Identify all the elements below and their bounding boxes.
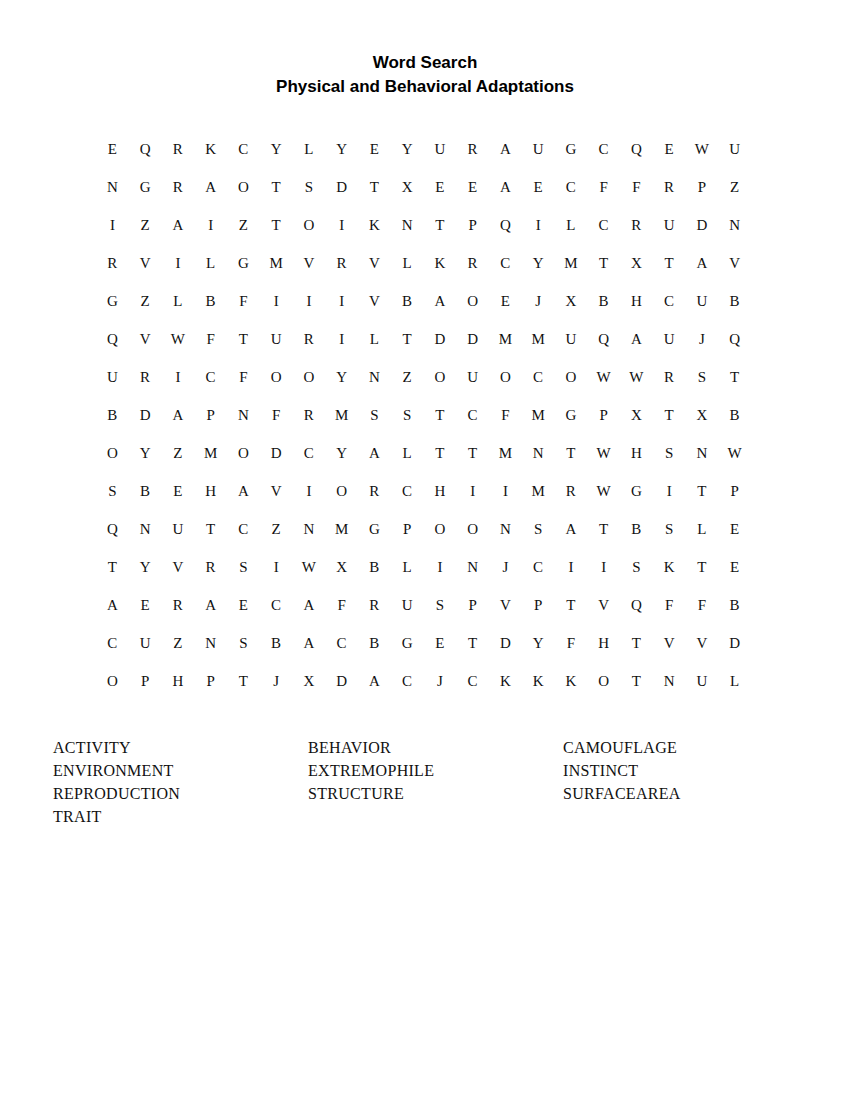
grid-cell[interactable]: C <box>325 624 358 662</box>
grid-cell[interactable]: V <box>587 586 620 624</box>
grid-cell[interactable]: Z <box>391 359 424 397</box>
grid-cell[interactable]: Q <box>129 131 162 169</box>
grid-cell[interactable]: A <box>162 397 195 435</box>
grid-cell[interactable]: V <box>129 321 162 359</box>
grid-cell[interactable]: A <box>686 245 719 283</box>
grid-cell[interactable]: G <box>129 169 162 207</box>
grid-cell[interactable]: B <box>358 548 391 586</box>
grid-cell[interactable]: K <box>194 131 227 169</box>
grid-cell[interactable]: D <box>325 662 358 700</box>
grid-cell[interactable]: D <box>686 207 719 245</box>
grid-cell[interactable]: S <box>227 548 260 586</box>
grid-cell[interactable]: P <box>587 397 620 435</box>
grid-cell[interactable]: T <box>456 624 489 662</box>
grid-cell[interactable]: H <box>424 472 457 510</box>
grid-cell[interactable]: Y <box>325 359 358 397</box>
grid-cell[interactable]: S <box>522 510 555 548</box>
grid-cell[interactable]: P <box>129 662 162 700</box>
grid-cell[interactable]: H <box>620 283 653 321</box>
grid-cell[interactable]: O <box>587 662 620 700</box>
grid-cell[interactable]: N <box>718 207 751 245</box>
grid-cell[interactable]: Q <box>489 207 522 245</box>
grid-cell[interactable]: U <box>391 586 424 624</box>
grid-cell[interactable]: Y <box>129 548 162 586</box>
grid-cell[interactable]: N <box>456 548 489 586</box>
grid-cell[interactable]: A <box>293 624 326 662</box>
grid-cell[interactable]: T <box>391 321 424 359</box>
grid-cell[interactable]: S <box>653 434 686 472</box>
grid-cell[interactable]: M <box>489 434 522 472</box>
grid-cell[interactable]: D <box>489 624 522 662</box>
grid-cell[interactable]: H <box>162 662 195 700</box>
grid-cell[interactable]: L <box>162 283 195 321</box>
grid-cell[interactable]: T <box>260 169 293 207</box>
grid-cell[interactable]: O <box>424 510 457 548</box>
grid-cell[interactable]: H <box>587 624 620 662</box>
grid-cell[interactable]: A <box>489 131 522 169</box>
grid-cell[interactable]: Y <box>260 131 293 169</box>
grid-cell[interactable]: C <box>391 472 424 510</box>
grid-cell[interactable]: L <box>391 245 424 283</box>
grid-cell[interactable]: T <box>424 434 457 472</box>
grid-cell[interactable]: R <box>456 245 489 283</box>
grid-cell[interactable]: Z <box>227 207 260 245</box>
grid-cell[interactable]: P <box>522 586 555 624</box>
grid-cell[interactable]: Q <box>96 510 129 548</box>
grid-cell[interactable]: Q <box>620 586 653 624</box>
grid-cell[interactable]: V <box>718 245 751 283</box>
grid-cell[interactable]: S <box>620 548 653 586</box>
grid-cell[interactable]: X <box>620 397 653 435</box>
grid-cell[interactable]: G <box>227 245 260 283</box>
grid-cell[interactable]: V <box>129 245 162 283</box>
grid-cell[interactable]: U <box>162 510 195 548</box>
grid-cell[interactable]: C <box>587 207 620 245</box>
grid-cell[interactable]: P <box>686 169 719 207</box>
grid-cell[interactable]: B <box>391 283 424 321</box>
grid-cell[interactable]: S <box>293 169 326 207</box>
grid-cell[interactable]: N <box>489 510 522 548</box>
grid-cell[interactable]: R <box>293 321 326 359</box>
grid-cell[interactable]: Z <box>129 283 162 321</box>
grid-cell[interactable]: G <box>555 397 588 435</box>
grid-cell[interactable]: I <box>325 321 358 359</box>
grid-cell[interactable]: Q <box>96 321 129 359</box>
grid-cell[interactable]: D <box>129 397 162 435</box>
grid-cell[interactable]: J <box>522 283 555 321</box>
grid-cell[interactable]: T <box>96 548 129 586</box>
grid-cell[interactable]: X <box>620 245 653 283</box>
grid-cell[interactable]: M <box>260 245 293 283</box>
grid-cell[interactable]: Q <box>718 321 751 359</box>
grid-cell[interactable]: T <box>587 245 620 283</box>
grid-cell[interactable]: H <box>620 434 653 472</box>
grid-cell[interactable]: V <box>260 472 293 510</box>
grid-cell[interactable]: V <box>653 624 686 662</box>
grid-cell[interactable]: T <box>718 359 751 397</box>
grid-cell[interactable]: R <box>96 245 129 283</box>
grid-cell[interactable]: C <box>227 131 260 169</box>
grid-cell[interactable]: U <box>456 359 489 397</box>
grid-cell[interactable]: B <box>620 510 653 548</box>
grid-cell[interactable]: D <box>260 434 293 472</box>
grid-cell[interactable]: E <box>718 548 751 586</box>
grid-cell[interactable]: G <box>391 624 424 662</box>
grid-cell[interactable]: B <box>718 397 751 435</box>
grid-cell[interactable]: C <box>653 283 686 321</box>
grid-cell[interactable]: W <box>587 434 620 472</box>
grid-cell[interactable]: D <box>456 321 489 359</box>
grid-cell[interactable]: P <box>194 662 227 700</box>
grid-cell[interactable]: V <box>358 283 391 321</box>
grid-cell[interactable]: Y <box>325 131 358 169</box>
grid-cell[interactable]: T <box>424 207 457 245</box>
grid-cell[interactable]: O <box>293 359 326 397</box>
grid-cell[interactable]: T <box>587 510 620 548</box>
grid-cell[interactable]: E <box>358 131 391 169</box>
grid-cell[interactable]: I <box>456 472 489 510</box>
grid-cell[interactable]: A <box>555 510 588 548</box>
grid-cell[interactable]: E <box>96 131 129 169</box>
grid-cell[interactable]: M <box>489 321 522 359</box>
grid-cell[interactable]: O <box>489 359 522 397</box>
grid-cell[interactable]: Z <box>129 207 162 245</box>
grid-cell[interactable]: O <box>555 359 588 397</box>
grid-cell[interactable]: G <box>96 283 129 321</box>
grid-cell[interactable]: F <box>686 586 719 624</box>
grid-cell[interactable]: L <box>194 245 227 283</box>
grid-cell[interactable]: I <box>555 548 588 586</box>
grid-cell[interactable]: R <box>162 169 195 207</box>
grid-cell[interactable]: A <box>194 169 227 207</box>
grid-cell[interactable]: I <box>587 548 620 586</box>
grid-cell[interactable]: I <box>293 472 326 510</box>
grid-cell[interactable]: U <box>686 283 719 321</box>
grid-cell[interactable]: E <box>424 624 457 662</box>
grid-cell[interactable]: K <box>522 662 555 700</box>
grid-cell[interactable]: C <box>391 662 424 700</box>
grid-cell[interactable]: C <box>555 169 588 207</box>
grid-cell[interactable]: L <box>718 662 751 700</box>
grid-cell[interactable]: B <box>129 472 162 510</box>
grid-cell[interactable]: I <box>653 472 686 510</box>
grid-cell[interactable]: W <box>620 359 653 397</box>
grid-cell[interactable]: I <box>325 207 358 245</box>
grid-cell[interactable]: M <box>325 397 358 435</box>
grid-cell[interactable]: R <box>162 586 195 624</box>
grid-cell[interactable]: D <box>718 624 751 662</box>
grid-cell[interactable]: A <box>620 321 653 359</box>
grid-cell[interactable]: D <box>325 169 358 207</box>
grid-cell[interactable]: T <box>555 586 588 624</box>
grid-cell[interactable]: I <box>260 283 293 321</box>
grid-cell[interactable]: F <box>489 397 522 435</box>
grid-cell[interactable]: R <box>555 472 588 510</box>
grid-cell[interactable]: I <box>522 207 555 245</box>
grid-cell[interactable]: L <box>358 321 391 359</box>
grid-cell[interactable]: M <box>555 245 588 283</box>
grid-cell[interactable]: A <box>162 207 195 245</box>
grid-cell[interactable]: N <box>522 434 555 472</box>
grid-cell[interactable]: U <box>424 131 457 169</box>
grid-cell[interactable]: C <box>489 245 522 283</box>
grid-cell[interactable]: C <box>293 434 326 472</box>
grid-cell[interactable]: O <box>96 662 129 700</box>
grid-cell[interactable]: U <box>686 662 719 700</box>
grid-cell[interactable]: U <box>653 321 686 359</box>
grid-cell[interactable]: F <box>194 321 227 359</box>
grid-cell[interactable]: S <box>686 359 719 397</box>
grid-cell[interactable]: T <box>358 169 391 207</box>
grid-cell[interactable]: T <box>686 548 719 586</box>
grid-cell[interactable]: Y <box>325 434 358 472</box>
grid-cell[interactable]: T <box>260 207 293 245</box>
grid-cell[interactable]: O <box>260 359 293 397</box>
grid-cell[interactable]: L <box>686 510 719 548</box>
grid-cell[interactable]: V <box>686 624 719 662</box>
grid-cell[interactable]: A <box>227 472 260 510</box>
grid-cell[interactable]: U <box>718 131 751 169</box>
grid-cell[interactable]: L <box>391 548 424 586</box>
grid-cell[interactable]: E <box>456 169 489 207</box>
grid-cell[interactable]: J <box>686 321 719 359</box>
grid-cell[interactable]: Y <box>522 245 555 283</box>
grid-cell[interactable]: K <box>555 662 588 700</box>
grid-cell[interactable]: I <box>489 472 522 510</box>
grid-cell[interactable]: C <box>456 662 489 700</box>
grid-cell[interactable]: I <box>162 245 195 283</box>
grid-cell[interactable]: N <box>96 169 129 207</box>
grid-cell[interactable]: J <box>489 548 522 586</box>
grid-cell[interactable]: I <box>96 207 129 245</box>
grid-cell[interactable]: R <box>653 359 686 397</box>
grid-cell[interactable]: U <box>653 207 686 245</box>
grid-cell[interactable]: F <box>620 169 653 207</box>
grid-cell[interactable]: I <box>293 283 326 321</box>
grid-cell[interactable]: E <box>718 510 751 548</box>
grid-cell[interactable]: N <box>194 624 227 662</box>
grid-cell[interactable]: B <box>194 283 227 321</box>
grid-cell[interactable]: T <box>227 321 260 359</box>
grid-cell[interactable]: O <box>96 434 129 472</box>
grid-cell[interactable]: U <box>96 359 129 397</box>
grid-cell[interactable]: W <box>587 472 620 510</box>
grid-cell[interactable]: G <box>358 510 391 548</box>
grid-cell[interactable]: A <box>358 434 391 472</box>
grid-cell[interactable]: W <box>162 321 195 359</box>
grid-cell[interactable]: T <box>194 510 227 548</box>
grid-cell[interactable]: M <box>522 397 555 435</box>
grid-cell[interactable]: C <box>587 131 620 169</box>
grid-cell[interactable]: G <box>555 131 588 169</box>
grid-cell[interactable]: B <box>96 397 129 435</box>
grid-cell[interactable]: M <box>325 510 358 548</box>
grid-cell[interactable]: O <box>293 207 326 245</box>
grid-cell[interactable]: Y <box>522 624 555 662</box>
grid-cell[interactable]: W <box>587 359 620 397</box>
grid-cell[interactable]: I <box>162 359 195 397</box>
grid-cell[interactable]: R <box>194 548 227 586</box>
grid-cell[interactable]: I <box>260 548 293 586</box>
grid-cell[interactable]: N <box>653 662 686 700</box>
grid-cell[interactable]: C <box>227 510 260 548</box>
grid-cell[interactable]: K <box>653 548 686 586</box>
grid-cell[interactable]: V <box>162 548 195 586</box>
grid-cell[interactable]: R <box>653 169 686 207</box>
grid-cell[interactable]: H <box>194 472 227 510</box>
grid-cell[interactable]: R <box>620 207 653 245</box>
grid-cell[interactable]: R <box>456 131 489 169</box>
grid-cell[interactable]: N <box>391 207 424 245</box>
grid-cell[interactable]: A <box>194 586 227 624</box>
grid-cell[interactable]: T <box>555 434 588 472</box>
grid-cell[interactable]: N <box>358 359 391 397</box>
grid-cell[interactable]: O <box>227 434 260 472</box>
grid-cell[interactable]: S <box>227 624 260 662</box>
grid-cell[interactable]: R <box>358 586 391 624</box>
grid-cell[interactable]: X <box>686 397 719 435</box>
grid-cell[interactable]: S <box>424 586 457 624</box>
grid-cell[interactable]: J <box>424 662 457 700</box>
grid-cell[interactable]: U <box>555 321 588 359</box>
grid-cell[interactable]: Y <box>129 434 162 472</box>
grid-cell[interactable]: D <box>424 321 457 359</box>
grid-cell[interactable]: E <box>522 169 555 207</box>
grid-cell[interactable]: E <box>162 472 195 510</box>
grid-cell[interactable]: Z <box>162 624 195 662</box>
grid-cell[interactable]: I <box>194 207 227 245</box>
grid-cell[interactable]: C <box>522 548 555 586</box>
grid-cell[interactable]: N <box>293 510 326 548</box>
grid-cell[interactable]: N <box>227 397 260 435</box>
grid-cell[interactable]: R <box>129 359 162 397</box>
grid-cell[interactable]: Y <box>391 131 424 169</box>
grid-cell[interactable]: K <box>358 207 391 245</box>
grid-cell[interactable]: F <box>555 624 588 662</box>
grid-cell[interactable]: A <box>489 169 522 207</box>
grid-cell[interactable]: F <box>653 586 686 624</box>
grid-cell[interactable]: R <box>358 472 391 510</box>
grid-cell[interactable]: R <box>293 397 326 435</box>
grid-cell[interactable]: C <box>194 359 227 397</box>
grid-cell[interactable]: T <box>653 245 686 283</box>
grid-cell[interactable]: U <box>522 131 555 169</box>
grid-cell[interactable]: R <box>162 131 195 169</box>
grid-cell[interactable]: U <box>260 321 293 359</box>
grid-cell[interactable]: S <box>653 510 686 548</box>
grid-cell[interactable]: X <box>325 548 358 586</box>
grid-cell[interactable]: X <box>391 169 424 207</box>
grid-cell[interactable]: O <box>424 359 457 397</box>
grid-cell[interactable]: M <box>522 321 555 359</box>
grid-cell[interactable]: S <box>358 397 391 435</box>
grid-cell[interactable]: O <box>456 510 489 548</box>
grid-cell[interactable]: W <box>718 434 751 472</box>
grid-cell[interactable]: R <box>325 245 358 283</box>
grid-cell[interactable]: M <box>194 434 227 472</box>
grid-cell[interactable]: T <box>686 472 719 510</box>
grid-cell[interactable]: Z <box>718 169 751 207</box>
grid-cell[interactable]: P <box>194 397 227 435</box>
grid-cell[interactable]: W <box>686 131 719 169</box>
grid-cell[interactable]: E <box>489 283 522 321</box>
grid-cell[interactable]: L <box>293 131 326 169</box>
grid-cell[interactable]: K <box>424 245 457 283</box>
grid-cell[interactable]: P <box>391 510 424 548</box>
grid-cell[interactable]: S <box>96 472 129 510</box>
grid-cell[interactable]: T <box>227 662 260 700</box>
grid-cell[interactable]: V <box>489 586 522 624</box>
grid-cell[interactable]: A <box>96 586 129 624</box>
grid-cell[interactable]: T <box>620 624 653 662</box>
grid-cell[interactable]: Z <box>162 434 195 472</box>
grid-cell[interactable]: F <box>587 169 620 207</box>
grid-cell[interactable]: F <box>260 397 293 435</box>
grid-cell[interactable]: O <box>456 283 489 321</box>
grid-cell[interactable]: J <box>260 662 293 700</box>
grid-cell[interactable]: T <box>620 662 653 700</box>
grid-cell[interactable]: I <box>325 283 358 321</box>
grid-cell[interactable]: C <box>522 359 555 397</box>
grid-cell[interactable]: F <box>227 283 260 321</box>
grid-cell[interactable]: K <box>489 662 522 700</box>
grid-cell[interactable]: N <box>686 434 719 472</box>
grid-cell[interactable]: X <box>293 662 326 700</box>
grid-cell[interactable]: P <box>456 586 489 624</box>
grid-cell[interactable]: B <box>718 586 751 624</box>
grid-cell[interactable]: L <box>555 207 588 245</box>
grid-cell[interactable]: C <box>96 624 129 662</box>
grid-cell[interactable]: T <box>456 434 489 472</box>
grid-cell[interactable]: W <box>293 548 326 586</box>
grid-cell[interactable]: A <box>424 283 457 321</box>
grid-cell[interactable]: A <box>358 662 391 700</box>
grid-cell[interactable]: C <box>456 397 489 435</box>
grid-cell[interactable]: M <box>522 472 555 510</box>
grid-cell[interactable]: E <box>227 586 260 624</box>
grid-cell[interactable]: N <box>129 510 162 548</box>
grid-cell[interactable]: P <box>718 472 751 510</box>
grid-cell[interactable]: U <box>129 624 162 662</box>
grid-cell[interactable]: O <box>227 169 260 207</box>
grid-cell[interactable]: X <box>555 283 588 321</box>
grid-cell[interactable]: Q <box>620 131 653 169</box>
grid-cell[interactable]: B <box>358 624 391 662</box>
grid-cell[interactable]: O <box>325 472 358 510</box>
grid-cell[interactable]: B <box>260 624 293 662</box>
grid-cell[interactable]: V <box>293 245 326 283</box>
grid-cell[interactable]: A <box>293 586 326 624</box>
grid-cell[interactable]: B <box>718 283 751 321</box>
grid-cell[interactable]: P <box>456 207 489 245</box>
grid-cell[interactable]: Q <box>587 321 620 359</box>
grid-cell[interactable]: E <box>424 169 457 207</box>
grid-cell[interactable]: F <box>325 586 358 624</box>
grid-cell[interactable]: T <box>653 397 686 435</box>
grid-cell[interactable]: E <box>129 586 162 624</box>
grid-cell[interactable]: G <box>620 472 653 510</box>
grid-cell[interactable]: S <box>391 397 424 435</box>
grid-cell[interactable]: L <box>391 434 424 472</box>
grid-cell[interactable]: E <box>653 131 686 169</box>
grid-cell[interactable]: V <box>358 245 391 283</box>
grid-cell[interactable]: F <box>227 359 260 397</box>
grid-cell[interactable]: T <box>424 397 457 435</box>
grid-cell[interactable]: I <box>424 548 457 586</box>
grid-cell[interactable]: Z <box>260 510 293 548</box>
grid-cell[interactable]: B <box>587 283 620 321</box>
grid-cell[interactable]: C <box>260 586 293 624</box>
